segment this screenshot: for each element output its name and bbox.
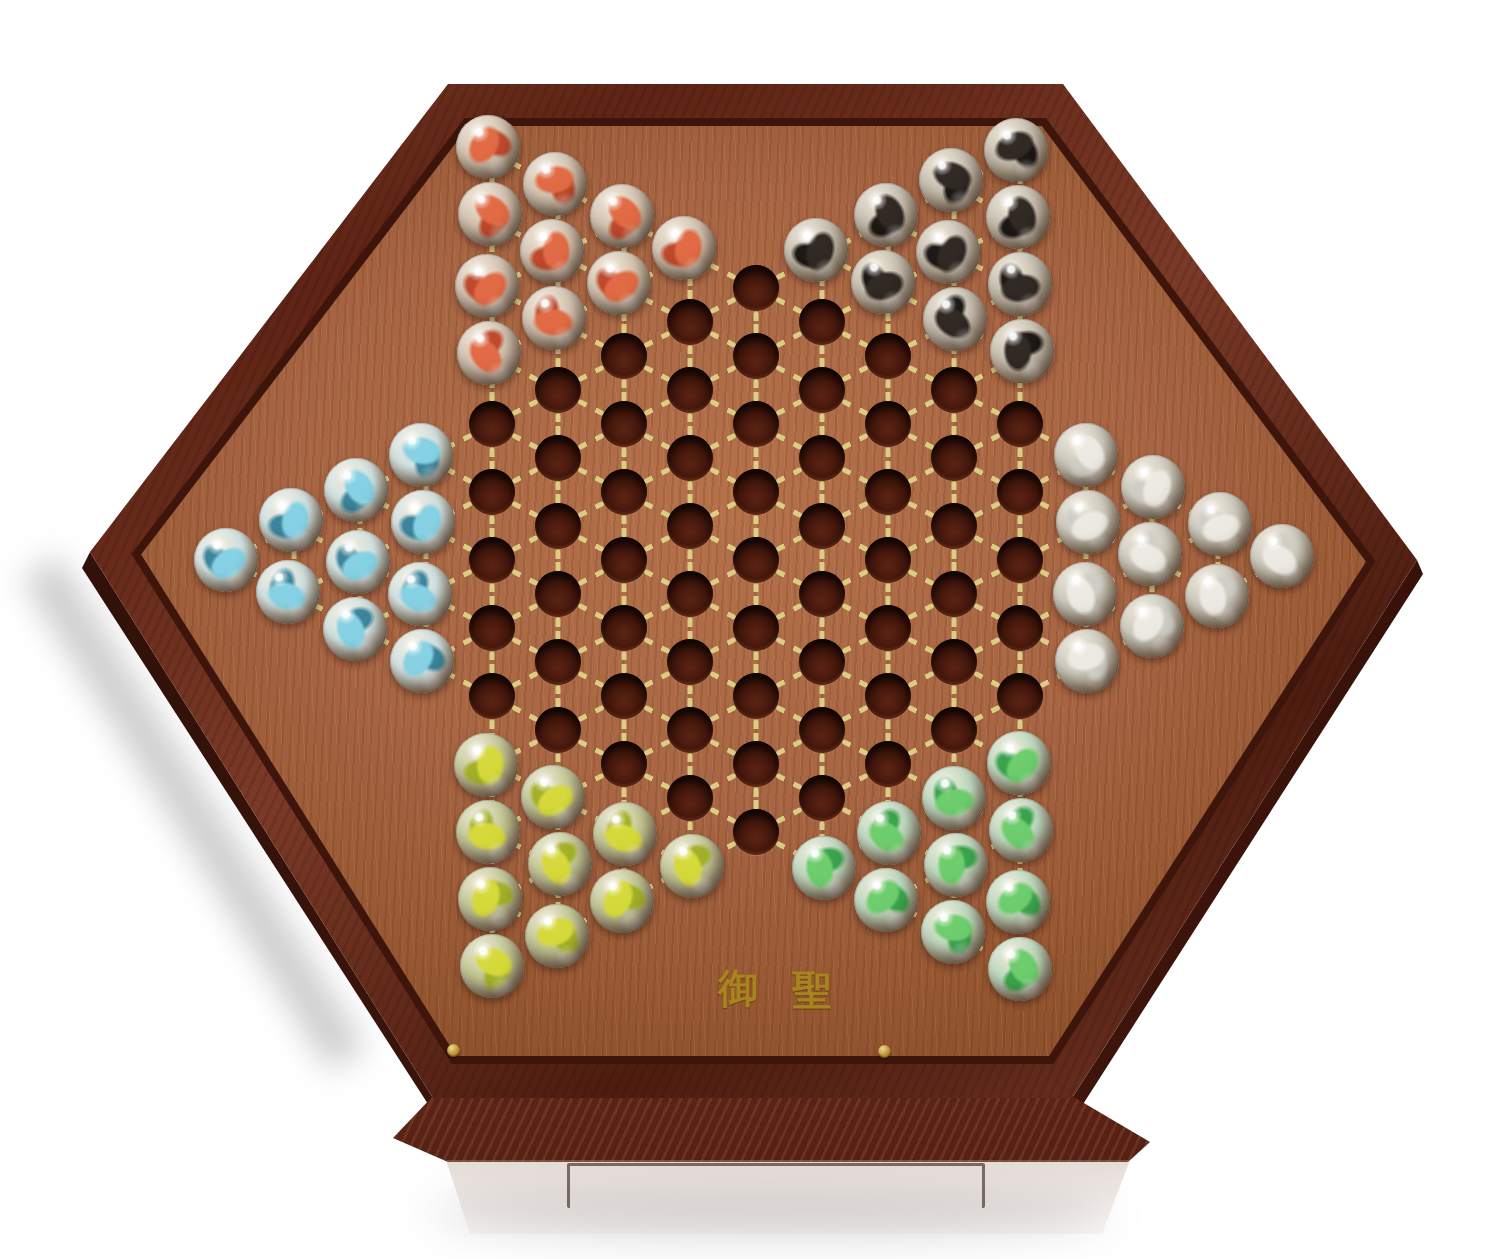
brass-screw xyxy=(447,1044,460,1057)
marble-swirl xyxy=(1114,518,1187,591)
marble-black[interactable] xyxy=(851,250,915,314)
marble-white[interactable] xyxy=(1185,564,1249,628)
marble-swirl xyxy=(389,423,453,487)
marble-black[interactable] xyxy=(916,220,980,284)
marble-swirl xyxy=(1055,629,1119,693)
marble-yellow[interactable] xyxy=(528,832,592,896)
marble-swirl xyxy=(458,737,515,794)
marble-blue[interactable] xyxy=(391,490,455,554)
marble-swirl xyxy=(260,489,323,552)
marble-swirl xyxy=(1049,418,1124,493)
marble-yellow[interactable] xyxy=(458,867,522,931)
marble-orange[interactable] xyxy=(457,321,521,385)
marble-swirl xyxy=(1244,518,1319,593)
marble-swirl xyxy=(522,901,591,970)
marble-swirl xyxy=(384,558,456,630)
marble-green[interactable] xyxy=(986,870,1050,934)
marble-black[interactable] xyxy=(984,118,1048,182)
marble-yellow[interactable] xyxy=(525,904,589,968)
marble-swirl xyxy=(983,792,1059,868)
marble-white[interactable] xyxy=(1056,490,1120,554)
marble-swirl xyxy=(1051,560,1120,629)
marble-green[interactable] xyxy=(857,801,921,865)
marble-blue[interactable] xyxy=(259,488,323,552)
marble-yellow[interactable] xyxy=(593,802,657,866)
marble-swirl xyxy=(1186,565,1249,628)
marble-orange[interactable] xyxy=(587,251,651,315)
marble-swirl xyxy=(850,179,922,251)
marble-yellow[interactable] xyxy=(454,733,518,797)
marble-swirl xyxy=(1052,486,1124,558)
marble-swirl xyxy=(658,832,726,900)
marble-blue[interactable] xyxy=(326,530,390,594)
marble-swirl xyxy=(1118,452,1187,521)
marble-green[interactable] xyxy=(924,833,988,897)
marble-swirl xyxy=(525,154,585,214)
marble-swirl xyxy=(912,216,985,289)
marble-blue[interactable] xyxy=(256,560,320,624)
marble-swirl xyxy=(452,176,528,252)
marble-swirl xyxy=(451,315,527,391)
marble-swirl xyxy=(1115,589,1190,664)
marble-green[interactable] xyxy=(922,766,986,830)
marble-swirl xyxy=(524,288,584,348)
marble-swirl xyxy=(782,216,850,284)
marble-swirl xyxy=(994,323,1051,380)
marble-swirl xyxy=(322,526,395,599)
marble-green[interactable] xyxy=(988,937,1052,1001)
marble-swirl xyxy=(524,828,597,901)
marble-swirl xyxy=(980,114,1051,185)
marble-swirl xyxy=(653,217,715,279)
marble-swirl xyxy=(451,110,525,184)
marble-swirl xyxy=(916,145,985,214)
marble-blue[interactable] xyxy=(388,562,452,626)
marble-black[interactable] xyxy=(988,252,1052,316)
marble-swirl xyxy=(980,864,1056,940)
marble-orange[interactable] xyxy=(652,216,716,280)
marble-yellow[interactable] xyxy=(660,834,724,898)
marble-swirl xyxy=(456,930,527,1001)
marble-swirl xyxy=(319,453,394,528)
marble-white[interactable] xyxy=(1055,629,1119,693)
marble-swirl xyxy=(586,865,658,937)
marble-green[interactable] xyxy=(989,798,1053,862)
marble-black[interactable] xyxy=(990,319,1054,383)
marble-orange[interactable] xyxy=(590,184,654,248)
marble-orange[interactable] xyxy=(456,115,520,179)
marble-white[interactable] xyxy=(1121,455,1185,519)
marble-white[interactable] xyxy=(1053,562,1117,626)
marble-white[interactable] xyxy=(1188,492,1252,556)
marble-swirl xyxy=(929,838,983,892)
marble-swirl xyxy=(385,624,460,699)
marble-swirl xyxy=(254,558,321,625)
marble-swirl xyxy=(851,795,927,871)
marble-swirl xyxy=(983,932,1057,1006)
marble-swirl xyxy=(456,865,523,932)
marble-swirl xyxy=(1186,490,1253,557)
marble-swirl xyxy=(848,862,924,938)
marble-black[interactable] xyxy=(923,287,987,351)
marble-white[interactable] xyxy=(1118,522,1182,586)
marble-swirl xyxy=(984,183,1051,250)
marble-blue[interactable] xyxy=(390,629,454,693)
marble-orange[interactable] xyxy=(520,219,584,283)
marble-swirl xyxy=(584,178,660,254)
marble-yellow[interactable] xyxy=(590,869,654,933)
marble-white[interactable] xyxy=(1120,594,1184,658)
chinese-checkers-scene: 御 聖 xyxy=(0,0,1500,1259)
marble-green[interactable] xyxy=(921,900,985,964)
marble-black[interactable] xyxy=(986,185,1050,249)
inscription-char-1: 御 xyxy=(718,961,758,1016)
marble-blue[interactable] xyxy=(194,528,258,592)
marble-green[interactable] xyxy=(854,868,918,932)
marble-yellow[interactable] xyxy=(521,765,585,829)
marble-swirl xyxy=(849,248,918,317)
marble-white[interactable] xyxy=(1250,524,1314,588)
marble-green[interactable] xyxy=(792,836,856,900)
marble-swirl xyxy=(793,837,855,899)
marble-orange[interactable] xyxy=(522,286,586,350)
marble-swirl xyxy=(923,902,983,962)
marble-swirl xyxy=(457,801,520,864)
marble-yellow[interactable] xyxy=(456,800,520,864)
marble-swirl xyxy=(918,282,993,357)
marble-swirl xyxy=(525,224,579,278)
marble-swirl xyxy=(581,245,657,321)
marble-black[interactable] xyxy=(854,183,918,247)
marble-swirl xyxy=(981,725,1057,801)
marble-swirl xyxy=(924,768,984,828)
marble-black[interactable] xyxy=(919,148,983,212)
marble-yellow[interactable] xyxy=(460,934,524,998)
marble-swirl xyxy=(320,594,389,663)
inscription-char-2: 聖 xyxy=(792,963,832,1018)
marble-swirl xyxy=(188,522,263,597)
marble-orange[interactable] xyxy=(455,254,519,318)
marble-black[interactable] xyxy=(784,218,848,282)
marble-blue[interactable] xyxy=(389,423,453,487)
marble-swirl xyxy=(389,488,458,557)
marble-orange[interactable] xyxy=(523,152,587,216)
marble-swirl xyxy=(449,248,525,324)
board-marbles xyxy=(0,0,1500,1259)
marble-swirl xyxy=(989,253,1052,316)
marble-swirl xyxy=(516,760,591,835)
marble-blue[interactable] xyxy=(324,458,388,522)
marble-white[interactable] xyxy=(1054,423,1118,487)
marble-swirl xyxy=(591,800,660,869)
marble-blue[interactable] xyxy=(323,597,387,661)
marble-green[interactable] xyxy=(987,731,1051,795)
marble-orange[interactable] xyxy=(458,182,522,246)
brass-screw xyxy=(878,1045,891,1058)
